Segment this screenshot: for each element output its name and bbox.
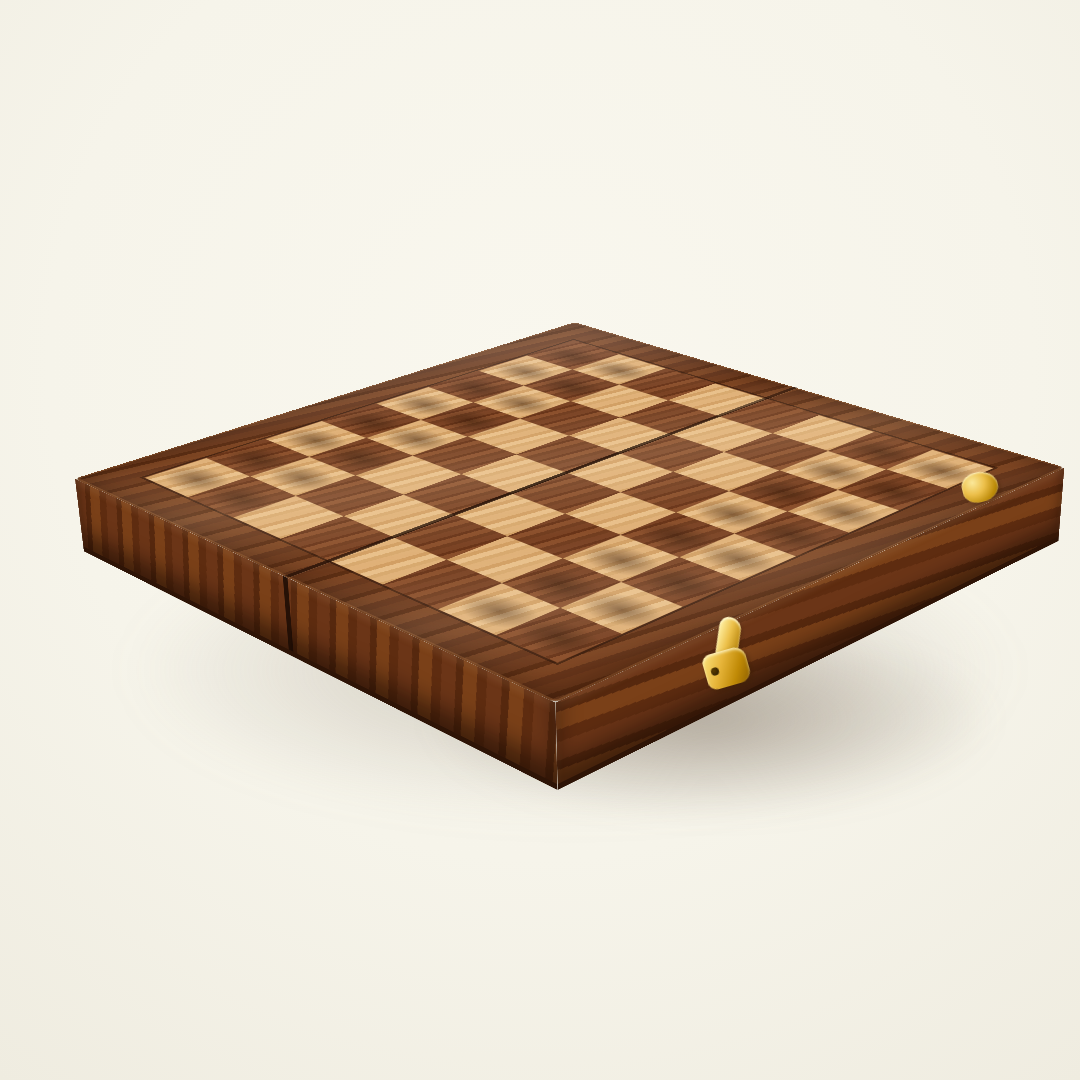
- white-rook: ♜: [472, 476, 640, 643]
- square-a7: ♟: [188, 477, 296, 518]
- fold-hinge-seam-side: [283, 575, 294, 651]
- black-pawn: ♟: [179, 383, 300, 504]
- square-a1: ♜: [496, 608, 622, 663]
- product-photo: ♜♟♟♜♞♟♟♞♝♟♟♝♚♟♟♚♛♟♟♛♝♟♟♝♞♟♟♞♜♟♟♜: [0, 0, 1080, 1080]
- brass-clasp-plate: [700, 645, 752, 692]
